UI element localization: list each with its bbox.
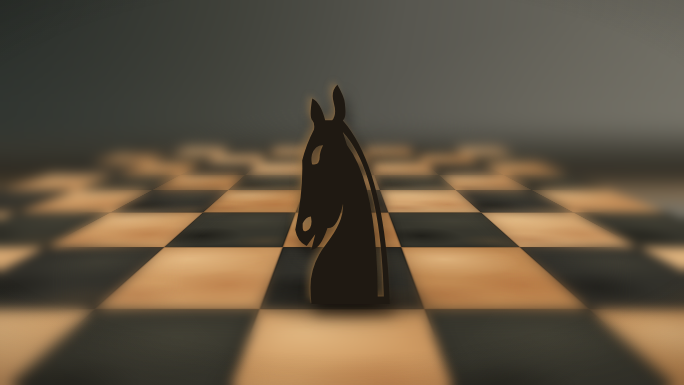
square <box>317 148 366 155</box>
square <box>310 163 374 174</box>
square <box>314 155 370 164</box>
square <box>245 163 314 174</box>
square <box>283 213 402 248</box>
square <box>258 155 317 164</box>
piece-shadow <box>228 280 474 330</box>
square <box>364 148 416 155</box>
square <box>304 175 380 190</box>
chess-photo-scene: ♞ <box>0 0 684 385</box>
square <box>268 148 320 155</box>
square <box>296 190 389 212</box>
chessboard <box>0 148 684 385</box>
